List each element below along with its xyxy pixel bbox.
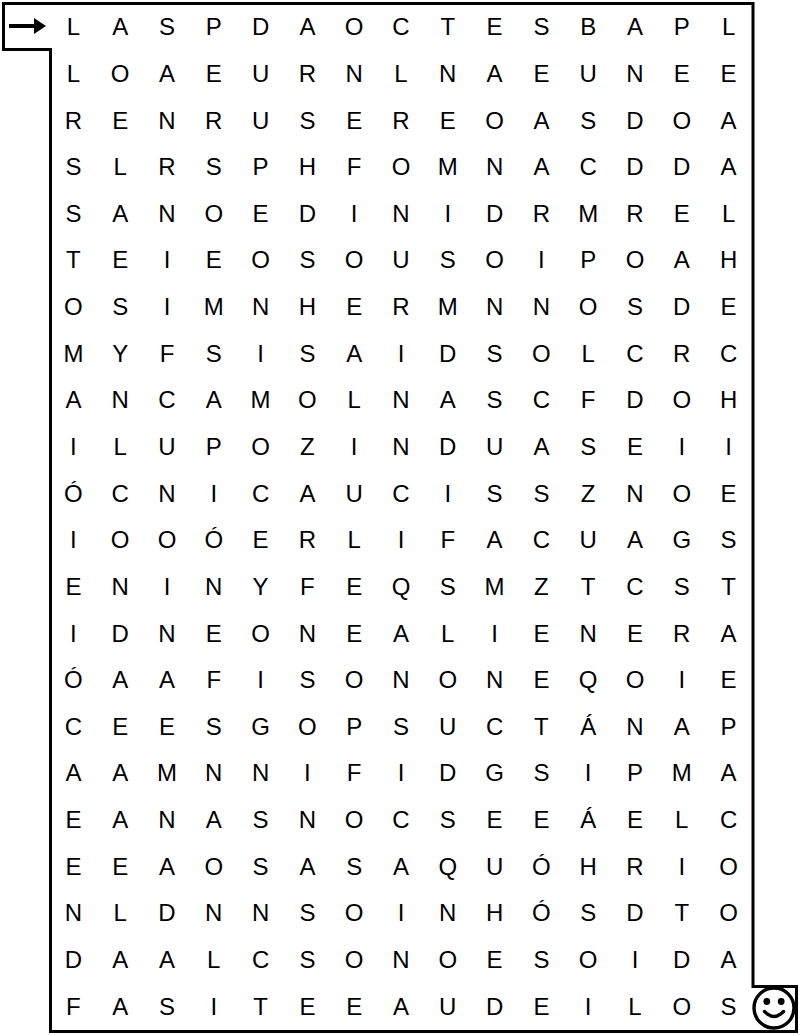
grid-cell[interactable]: P <box>565 237 612 284</box>
grid-cell[interactable]: L <box>612 983 659 1030</box>
grid-cell[interactable]: S <box>50 144 97 191</box>
grid-cell[interactable]: F <box>284 564 331 611</box>
grid-cell[interactable]: Z <box>565 470 612 517</box>
grid-cell[interactable]: N <box>237 750 284 797</box>
grid-cell[interactable]: A <box>424 377 471 424</box>
grid-cell[interactable]: E <box>612 610 659 657</box>
grid-cell[interactable]: R <box>378 284 425 331</box>
grid-cell[interactable]: N <box>378 657 425 704</box>
grid-cell[interactable]: O <box>284 377 331 424</box>
grid-cell[interactable]: R <box>612 191 659 238</box>
grid-cell[interactable]: S <box>565 97 612 144</box>
grid-cell[interactable]: A <box>97 797 144 844</box>
grid-cell[interactable]: O <box>565 284 612 331</box>
grid-cell[interactable]: A <box>518 424 565 471</box>
grid-cell[interactable]: T <box>565 564 612 611</box>
grid-cell[interactable]: T <box>424 4 471 51</box>
grid-cell[interactable]: N <box>284 797 331 844</box>
grid-cell[interactable]: M <box>237 377 284 424</box>
grid-cell[interactable]: N <box>471 284 518 331</box>
grid-cell[interactable]: U <box>565 517 612 564</box>
grid-cell[interactable]: I <box>424 470 471 517</box>
grid-cell[interactable]: C <box>378 4 425 51</box>
grid-cell[interactable]: E <box>518 657 565 704</box>
grid-cell[interactable]: E <box>518 797 565 844</box>
grid-cell[interactable]: S <box>50 191 97 238</box>
grid-cell[interactable]: L <box>97 890 144 937</box>
grid-cell[interactable]: N <box>144 191 191 238</box>
grid-cell[interactable]: A <box>612 517 659 564</box>
grid-cell[interactable]: Ó <box>50 657 97 704</box>
grid-cell[interactable]: D <box>471 191 518 238</box>
grid-cell[interactable]: P <box>612 750 659 797</box>
grid-cell[interactable]: D <box>471 983 518 1030</box>
grid-cell[interactable]: B <box>565 4 612 51</box>
grid-cell[interactable]: S <box>237 797 284 844</box>
grid-cell[interactable]: A <box>144 51 191 98</box>
grid-cell[interactable]: S <box>424 564 471 611</box>
grid-cell[interactable]: R <box>658 610 705 657</box>
grid-cell[interactable]: A <box>97 191 144 238</box>
grid-cell[interactable]: D <box>612 144 659 191</box>
grid-cell[interactable]: S <box>284 890 331 937</box>
grid-cell[interactable]: L <box>50 4 97 51</box>
grid-cell[interactable]: A <box>144 937 191 984</box>
grid-cell[interactable]: O <box>190 191 237 238</box>
grid-cell[interactable]: C <box>50 704 97 751</box>
grid-cell[interactable]: E <box>97 97 144 144</box>
grid-cell[interactable]: A <box>378 843 425 890</box>
grid-cell[interactable]: O <box>565 937 612 984</box>
grid-cell[interactable]: O <box>237 610 284 657</box>
grid-cell[interactable]: A <box>705 937 752 984</box>
grid-cell[interactable]: L <box>705 4 752 51</box>
grid-cell[interactable]: P <box>190 424 237 471</box>
grid-cell[interactable]: F <box>331 144 378 191</box>
grid-cell[interactable]: S <box>518 470 565 517</box>
grid-cell[interactable]: Y <box>237 564 284 611</box>
grid-cell[interactable]: I <box>424 191 471 238</box>
grid-cell[interactable]: F <box>50 983 97 1030</box>
grid-cell[interactable]: A <box>97 4 144 51</box>
grid-cell[interactable]: G <box>658 517 705 564</box>
grid-cell[interactable]: D <box>284 191 331 238</box>
grid-cell[interactable]: S <box>424 797 471 844</box>
grid-cell[interactable]: E <box>705 657 752 704</box>
grid-cell[interactable]: U <box>471 424 518 471</box>
grid-cell[interactable]: I <box>705 424 752 471</box>
grid-cell[interactable]: I <box>190 470 237 517</box>
grid-cell[interactable]: C <box>237 470 284 517</box>
grid-cell[interactable]: I <box>612 937 659 984</box>
grid-cell[interactable]: N <box>144 470 191 517</box>
grid-cell[interactable]: S <box>612 284 659 331</box>
grid-cell[interactable]: U <box>424 704 471 751</box>
grid-cell[interactable]: A <box>331 330 378 377</box>
grid-cell[interactable]: S <box>705 983 752 1030</box>
grid-cell[interactable]: Ó <box>50 470 97 517</box>
grid-cell[interactable]: A <box>284 470 331 517</box>
grid-cell[interactable]: E <box>471 937 518 984</box>
grid-cell[interactable]: A <box>518 144 565 191</box>
grid-cell[interactable]: E <box>331 564 378 611</box>
grid-cell[interactable]: F <box>144 330 191 377</box>
grid-cell[interactable]: G <box>237 704 284 751</box>
grid-cell[interactable]: O <box>705 890 752 937</box>
grid-cell[interactable]: T <box>658 890 705 937</box>
grid-cell[interactable]: S <box>658 564 705 611</box>
grid-cell[interactable]: E <box>612 424 659 471</box>
grid-cell[interactable]: I <box>237 657 284 704</box>
grid-cell[interactable]: E <box>424 97 471 144</box>
grid-cell[interactable]: A <box>144 843 191 890</box>
grid-cell[interactable]: S <box>471 377 518 424</box>
grid-cell[interactable]: A <box>190 797 237 844</box>
grid-cell[interactable]: O <box>331 797 378 844</box>
grid-cell[interactable]: A <box>284 843 331 890</box>
grid-cell[interactable]: L <box>705 191 752 238</box>
grid-cell[interactable]: O <box>705 843 752 890</box>
grid-cell[interactable]: S <box>565 424 612 471</box>
grid-cell[interactable]: U <box>331 470 378 517</box>
grid-cell[interactable]: E <box>331 983 378 1030</box>
grid-cell[interactable]: T <box>50 237 97 284</box>
grid-cell[interactable]: Z <box>518 564 565 611</box>
grid-cell[interactable]: A <box>705 610 752 657</box>
grid-cell[interactable]: A <box>97 657 144 704</box>
grid-cell[interactable]: F <box>331 750 378 797</box>
grid-cell[interactable]: N <box>190 890 237 937</box>
grid-cell[interactable]: D <box>658 284 705 331</box>
grid-cell[interactable]: A <box>518 97 565 144</box>
grid-cell[interactable]: A <box>284 4 331 51</box>
grid-cell[interactable]: L <box>378 51 425 98</box>
grid-cell[interactable]: L <box>424 610 471 657</box>
grid-cell[interactable]: N <box>144 97 191 144</box>
grid-cell[interactable]: H <box>471 890 518 937</box>
grid-cell[interactable]: A <box>378 610 425 657</box>
grid-cell[interactable]: P <box>190 4 237 51</box>
grid-cell[interactable]: N <box>190 750 237 797</box>
grid-cell[interactable]: O <box>471 237 518 284</box>
grid-cell[interactable]: I <box>658 424 705 471</box>
grid-cell[interactable]: S <box>237 843 284 890</box>
grid-cell[interactable]: D <box>612 377 659 424</box>
grid-cell[interactable]: U <box>424 983 471 1030</box>
grid-cell[interactable]: S <box>97 284 144 331</box>
grid-cell[interactable]: I <box>190 983 237 1030</box>
grid-cell[interactable]: O <box>424 657 471 704</box>
grid-cell[interactable]: N <box>190 564 237 611</box>
grid-cell[interactable]: S <box>284 237 331 284</box>
grid-cell[interactable]: O <box>331 890 378 937</box>
grid-cell[interactable]: O <box>471 97 518 144</box>
grid-cell[interactable]: C <box>565 144 612 191</box>
grid-cell[interactable]: S <box>284 330 331 377</box>
grid-cell[interactable]: O <box>97 51 144 98</box>
grid-cell[interactable]: S <box>284 657 331 704</box>
grid-cell[interactable]: S <box>424 237 471 284</box>
grid-cell[interactable]: O <box>658 377 705 424</box>
grid-cell[interactable]: A <box>471 517 518 564</box>
grid-cell[interactable]: N <box>237 890 284 937</box>
grid-cell[interactable]: Y <box>97 330 144 377</box>
grid-cell[interactable]: E <box>471 4 518 51</box>
grid-cell[interactable]: I <box>50 610 97 657</box>
grid-cell[interactable]: N <box>612 704 659 751</box>
grid-cell[interactable]: E <box>190 51 237 98</box>
grid-cell[interactable]: O <box>144 517 191 564</box>
grid-cell[interactable]: E <box>705 470 752 517</box>
grid-cell[interactable]: D <box>612 890 659 937</box>
grid-cell[interactable]: S <box>471 330 518 377</box>
grid-cell[interactable]: N <box>144 797 191 844</box>
grid-cell[interactable]: I <box>378 750 425 797</box>
grid-cell[interactable]: O <box>518 330 565 377</box>
grid-cell[interactable]: E <box>658 191 705 238</box>
grid-cell[interactable]: I <box>471 610 518 657</box>
grid-cell[interactable]: A <box>50 750 97 797</box>
grid-cell[interactable]: I <box>658 843 705 890</box>
grid-cell[interactable]: N <box>97 564 144 611</box>
grid-cell[interactable]: I <box>237 330 284 377</box>
grid-cell[interactable]: N <box>518 284 565 331</box>
grid-cell[interactable]: Ó <box>518 843 565 890</box>
grid-cell[interactable]: N <box>97 377 144 424</box>
grid-cell[interactable]: M <box>50 330 97 377</box>
grid-cell[interactable]: L <box>97 424 144 471</box>
grid-cell[interactable]: O <box>97 517 144 564</box>
grid-cell[interactable]: S <box>518 4 565 51</box>
grid-cell[interactable]: R <box>190 97 237 144</box>
grid-cell[interactable]: R <box>144 144 191 191</box>
grid-cell[interactable]: H <box>284 144 331 191</box>
grid-cell[interactable]: E <box>237 191 284 238</box>
grid-cell[interactable]: N <box>378 424 425 471</box>
grid-cell[interactable]: C <box>612 564 659 611</box>
grid-cell[interactable]: S <box>378 704 425 751</box>
grid-cell[interactable]: I <box>518 237 565 284</box>
grid-cell[interactable]: O <box>612 657 659 704</box>
grid-cell[interactable]: C <box>518 377 565 424</box>
grid-cell[interactable]: M <box>658 750 705 797</box>
grid-cell[interactable]: S <box>331 843 378 890</box>
grid-cell[interactable]: D <box>658 937 705 984</box>
grid-cell[interactable]: O <box>378 144 425 191</box>
grid-cell[interactable]: O <box>237 424 284 471</box>
grid-cell[interactable]: S <box>284 97 331 144</box>
grid-cell[interactable]: I <box>144 564 191 611</box>
grid-cell[interactable]: S <box>565 890 612 937</box>
grid-cell[interactable]: I <box>565 983 612 1030</box>
grid-cell[interactable]: E <box>518 983 565 1030</box>
grid-cell[interactable]: T <box>705 564 752 611</box>
grid-cell[interactable]: N <box>424 51 471 98</box>
grid-cell[interactable]: A <box>97 937 144 984</box>
grid-cell[interactable]: S <box>705 517 752 564</box>
grid-cell[interactable]: F <box>424 517 471 564</box>
grid-cell[interactable]: O <box>284 704 331 751</box>
grid-cell[interactable]: E <box>50 797 97 844</box>
grid-cell[interactable]: S <box>190 704 237 751</box>
grid-cell[interactable]: A <box>705 144 752 191</box>
grid-cell[interactable]: I <box>331 191 378 238</box>
grid-cell[interactable]: L <box>190 937 237 984</box>
grid-cell[interactable]: O <box>658 97 705 144</box>
grid-cell[interactable]: Q <box>565 657 612 704</box>
grid-cell[interactable]: U <box>471 843 518 890</box>
grid-cell[interactable]: A <box>705 750 752 797</box>
grid-cell[interactable]: C <box>378 470 425 517</box>
grid-cell[interactable]: O <box>331 237 378 284</box>
grid-cell[interactable]: S <box>144 4 191 51</box>
grid-cell[interactable]: R <box>658 330 705 377</box>
grid-cell[interactable]: N <box>565 610 612 657</box>
grid-cell[interactable]: I <box>144 284 191 331</box>
grid-cell[interactable]: N <box>612 51 659 98</box>
grid-cell[interactable]: N <box>50 890 97 937</box>
grid-cell[interactable]: T <box>518 704 565 751</box>
grid-cell[interactable]: L <box>565 330 612 377</box>
grid-cell[interactable]: F <box>565 377 612 424</box>
grid-cell[interactable]: N <box>284 610 331 657</box>
grid-cell[interactable]: N <box>471 657 518 704</box>
grid-cell[interactable]: D <box>612 97 659 144</box>
grid-cell[interactable]: Z <box>284 424 331 471</box>
grid-cell[interactable]: G <box>471 750 518 797</box>
grid-cell[interactable]: E <box>97 237 144 284</box>
grid-cell[interactable]: E <box>518 610 565 657</box>
grid-cell[interactable]: R <box>612 843 659 890</box>
grid-cell[interactable]: I <box>331 424 378 471</box>
grid-cell[interactable]: E <box>331 97 378 144</box>
grid-cell[interactable]: A <box>658 237 705 284</box>
grid-cell[interactable]: H <box>705 377 752 424</box>
grid-cell[interactable]: I <box>50 517 97 564</box>
grid-cell[interactable]: E <box>331 610 378 657</box>
grid-cell[interactable]: L <box>50 51 97 98</box>
grid-cell[interactable]: N <box>424 890 471 937</box>
grid-cell[interactable]: O <box>424 937 471 984</box>
grid-cell[interactable]: N <box>378 377 425 424</box>
grid-cell[interactable]: D <box>424 750 471 797</box>
grid-cell[interactable]: L <box>658 797 705 844</box>
grid-cell[interactable]: I <box>144 237 191 284</box>
grid-cell[interactable]: P <box>237 144 284 191</box>
grid-cell[interactable]: Q <box>378 564 425 611</box>
grid-cell[interactable]: Ó <box>518 890 565 937</box>
grid-cell[interactable]: R <box>378 97 425 144</box>
grid-cell[interactable]: U <box>565 51 612 98</box>
grid-cell[interactable]: M <box>190 284 237 331</box>
grid-cell[interactable]: P <box>331 704 378 751</box>
grid-cell[interactable]: O <box>331 657 378 704</box>
grid-cell[interactable]: I <box>50 424 97 471</box>
grid-cell[interactable]: D <box>50 937 97 984</box>
grid-cell[interactable]: D <box>658 144 705 191</box>
grid-cell[interactable]: E <box>331 284 378 331</box>
grid-cell[interactable]: E <box>144 704 191 751</box>
grid-cell[interactable]: F <box>190 657 237 704</box>
grid-cell[interactable]: O <box>331 937 378 984</box>
grid-cell[interactable]: A <box>705 97 752 144</box>
grid-cell[interactable]: T <box>237 983 284 1030</box>
grid-cell[interactable]: C <box>237 937 284 984</box>
grid-cell[interactable]: E <box>471 797 518 844</box>
grid-cell[interactable]: E <box>705 51 752 98</box>
grid-cell[interactable]: P <box>705 704 752 751</box>
grid-cell[interactable]: A <box>97 750 144 797</box>
grid-cell[interactable]: N <box>237 284 284 331</box>
grid-cell[interactable]: R <box>284 517 331 564</box>
grid-cell[interactable]: S <box>518 937 565 984</box>
grid-cell[interactable]: S <box>518 750 565 797</box>
grid-cell[interactable]: D <box>97 610 144 657</box>
grid-cell[interactable]: L <box>97 144 144 191</box>
grid-cell[interactable]: R <box>284 51 331 98</box>
grid-cell[interactable]: U <box>378 237 425 284</box>
grid-cell[interactable]: E <box>237 517 284 564</box>
grid-cell[interactable]: M <box>565 191 612 238</box>
grid-cell[interactable]: U <box>237 51 284 98</box>
grid-cell[interactable]: O <box>612 237 659 284</box>
grid-cell[interactable]: A <box>144 657 191 704</box>
grid-cell[interactable]: E <box>50 564 97 611</box>
grid-cell[interactable]: N <box>378 937 425 984</box>
grid-cell[interactable]: H <box>565 843 612 890</box>
grid-cell[interactable]: A <box>378 983 425 1030</box>
grid-cell[interactable]: I <box>284 750 331 797</box>
grid-cell[interactable]: N <box>471 144 518 191</box>
grid-cell[interactable]: E <box>284 983 331 1030</box>
grid-cell[interactable]: M <box>424 144 471 191</box>
grid-cell[interactable]: Á <box>565 704 612 751</box>
grid-cell[interactable]: C <box>378 797 425 844</box>
grid-cell[interactable]: O <box>658 470 705 517</box>
grid-cell[interactable]: M <box>471 564 518 611</box>
grid-cell[interactable]: L <box>331 377 378 424</box>
grid-cell[interactable]: S <box>190 144 237 191</box>
grid-cell[interactable]: C <box>705 797 752 844</box>
grid-cell[interactable]: S <box>284 937 331 984</box>
grid-cell[interactable]: I <box>565 750 612 797</box>
grid-cell[interactable]: U <box>237 97 284 144</box>
grid-cell[interactable]: H <box>284 284 331 331</box>
grid-cell[interactable]: R <box>518 191 565 238</box>
grid-cell[interactable]: E <box>50 843 97 890</box>
grid-cell[interactable]: C <box>471 704 518 751</box>
grid-cell[interactable]: Q <box>424 843 471 890</box>
grid-cell[interactable]: A <box>97 983 144 1030</box>
grid-cell[interactable]: O <box>237 237 284 284</box>
grid-cell[interactable]: Á <box>565 797 612 844</box>
grid-cell[interactable]: D <box>424 424 471 471</box>
grid-cell[interactable]: D <box>237 4 284 51</box>
grid-cell[interactable]: A <box>190 377 237 424</box>
grid-cell[interactable]: M <box>424 284 471 331</box>
grid-cell[interactable]: H <box>705 237 752 284</box>
grid-cell[interactable]: S <box>144 983 191 1030</box>
grid-cell[interactable]: I <box>378 890 425 937</box>
grid-cell[interactable]: N <box>331 51 378 98</box>
grid-cell[interactable]: E <box>190 237 237 284</box>
grid-cell[interactable]: D <box>144 890 191 937</box>
grid-cell[interactable]: C <box>97 470 144 517</box>
grid-cell[interactable]: R <box>50 97 97 144</box>
grid-cell[interactable]: Ó <box>190 517 237 564</box>
grid-cell[interactable]: A <box>658 704 705 751</box>
grid-cell[interactable]: C <box>144 377 191 424</box>
